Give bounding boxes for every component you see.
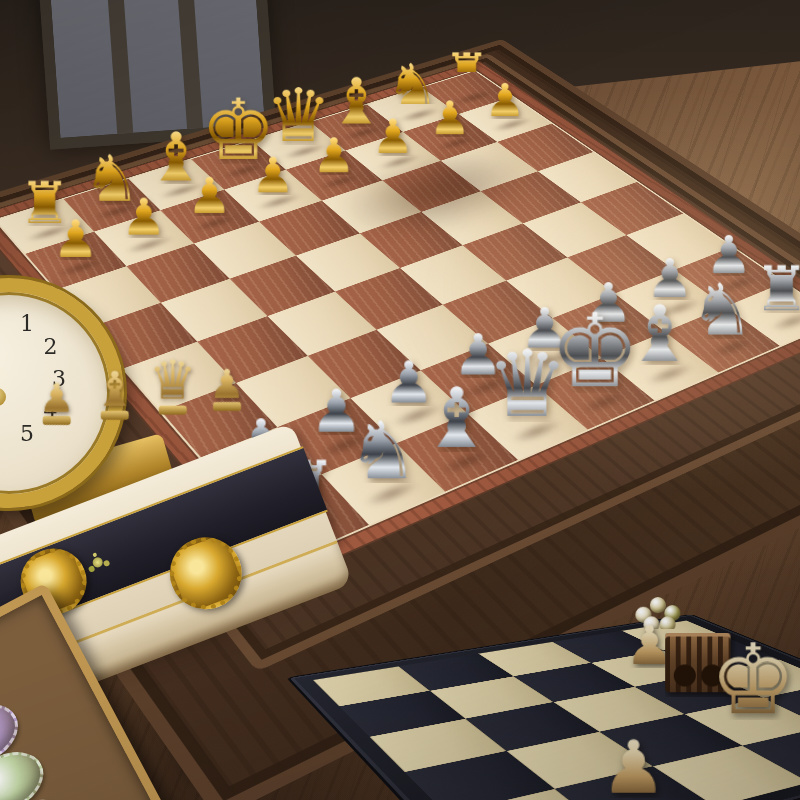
king-icon: ♚: [710, 631, 797, 728]
box-mini-pawn[interactable]: ♟: [37, 378, 77, 425]
mini-chess-board: ♟♚♟: [358, 448, 800, 800]
scene-root: ♜♞♝♚♛♝♞♜♟♟♟♟♟♟♟♟♟♟♟♟♟♟♟♟♜♞♝♛♚♝♞♜ 12345 ♟…: [0, 0, 800, 800]
mini-piece-wood-king[interactable]: ♚: [704, 605, 800, 720]
pawn-icon: ♟: [601, 730, 667, 800]
clock-numeral: 5: [15, 421, 39, 447]
tray-disc[interactable]: [0, 740, 54, 800]
queen-icon: ♛: [149, 354, 197, 408]
box-mini-bishop[interactable]: ♝: [95, 365, 135, 420]
clock-numeral: 2: [38, 334, 62, 360]
pawn-icon: ♟: [39, 378, 75, 418]
mini-board-3d: ♟♚♟: [313, 620, 800, 800]
bishop-icon: ♝: [93, 365, 136, 413]
pawn-icon: ♟: [209, 364, 245, 404]
box-mini-pawn[interactable]: ♟: [207, 364, 247, 411]
box-mini-queen[interactable]: ♛: [153, 354, 193, 415]
clock-face-sheen: [0, 338, 28, 486]
clock-numeral: 1: [15, 311, 39, 337]
mini-piece-wood-pawn[interactable]: ♟: [575, 705, 693, 798]
